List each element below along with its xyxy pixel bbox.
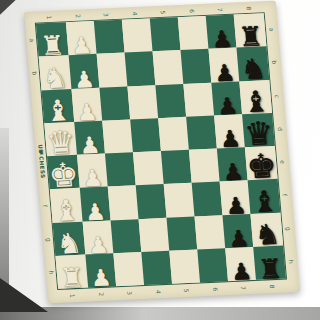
- square-d4[interactable]: [130, 118, 161, 152]
- square-f8[interactable]: ♝: [248, 179, 280, 214]
- square-h2[interactable]: ♟: [85, 253, 116, 287]
- square-a6[interactable]: [178, 16, 209, 50]
- square-a3[interactable]: [94, 20, 125, 54]
- square-a5[interactable]: [150, 17, 181, 51]
- square-a4[interactable]: [122, 18, 153, 52]
- square-h7[interactable]: ♟: [225, 247, 256, 281]
- square-h6[interactable]: [197, 248, 228, 282]
- square-e2[interactable]: ♟: [77, 154, 108, 188]
- square-e1[interactable]: ♚: [47, 155, 79, 190]
- square-g2[interactable]: ♟: [82, 220, 113, 254]
- square-f3[interactable]: [107, 185, 138, 219]
- square-h5[interactable]: [169, 249, 200, 283]
- square-e6[interactable]: [189, 148, 220, 182]
- square-c5[interactable]: [155, 83, 186, 117]
- square-a2[interactable]: ♟: [65, 21, 96, 55]
- piece-white-pawn[interactable]: ♟: [90, 266, 113, 290]
- square-b6[interactable]: [181, 49, 212, 83]
- square-c6[interactable]: [183, 82, 214, 116]
- square-a7[interactable]: ♟: [206, 15, 237, 49]
- square-c8[interactable]: ♝: [240, 80, 272, 115]
- square-c4[interactable]: [127, 85, 158, 119]
- square-e4[interactable]: [133, 151, 164, 185]
- square-f7[interactable]: ♟: [220, 180, 251, 214]
- square-b5[interactable]: [153, 50, 184, 84]
- rank-label-6: 6: [201, 281, 231, 296]
- square-h1[interactable]: ♜: [55, 254, 87, 289]
- square-g5[interactable]: [166, 216, 197, 250]
- piece-black-rook[interactable]: ♜: [257, 255, 283, 283]
- square-d6[interactable]: [186, 115, 217, 149]
- photo-vignette-top-left: [0, 0, 17, 16]
- square-b4[interactable]: [124, 52, 155, 86]
- square-d5[interactable]: [158, 117, 189, 151]
- square-f5[interactable]: [164, 183, 195, 217]
- square-g6[interactable]: [195, 215, 226, 249]
- square-e3[interactable]: [105, 152, 136, 186]
- square-f1[interactable]: ♝: [50, 188, 82, 223]
- brand-name: US CHESS: [38, 145, 47, 180]
- piece-black-pawn[interactable]: ♟: [230, 260, 253, 284]
- square-e5[interactable]: [161, 150, 192, 184]
- rank-label-3: 3: [115, 285, 145, 300]
- square-g7[interactable]: ♟: [223, 214, 254, 248]
- square-g4[interactable]: [138, 217, 169, 251]
- square-c3[interactable]: [99, 86, 130, 120]
- square-c7[interactable]: ♟: [212, 81, 243, 115]
- square-e7[interactable]: ♟: [217, 147, 248, 181]
- square-b7[interactable]: ♟: [209, 48, 240, 82]
- rank-label-4: 4: [144, 284, 174, 299]
- square-g1[interactable]: ♞: [53, 221, 85, 256]
- square-f4[interactable]: [136, 184, 167, 218]
- square-d1[interactable]: ♛: [44, 122, 76, 157]
- square-f6[interactable]: [192, 182, 223, 216]
- chess-board: 12345678 12345678 abfgh abcdefgh ♞ US CH…: [24, 1, 300, 304]
- square-b2[interactable]: ♟: [68, 54, 99, 88]
- square-b1[interactable]: ♞: [39, 55, 71, 90]
- square-d3[interactable]: [102, 119, 133, 153]
- square-h8[interactable]: ♜: [254, 245, 286, 280]
- square-d8[interactable]: ♛: [242, 113, 274, 148]
- square-d7[interactable]: ♟: [214, 114, 245, 148]
- square-b8[interactable]: ♞: [237, 46, 269, 81]
- square-f2[interactable]: ♟: [79, 187, 110, 221]
- photo-scene: 12345678 12345678 abfgh abcdefgh ♞ US CH…: [0, 0, 320, 320]
- square-e8[interactable]: ♚: [245, 146, 277, 181]
- piece-white-rook[interactable]: ♜: [59, 264, 85, 292]
- square-g3[interactable]: [110, 219, 141, 253]
- board-grid: ♜♟♟♜♞♟♟♞♝♟♟♝♛♟♟♛♚♟♟♚♝♟♟♝♞♟♟♞♜♟♟♜: [36, 13, 286, 289]
- square-h3[interactable]: [113, 252, 144, 286]
- rank-label-5: 5: [172, 282, 202, 297]
- square-a8[interactable]: ♜: [234, 13, 266, 48]
- photo-table-edge-bottom: [0, 307, 320, 320]
- square-b3[interactable]: [96, 53, 127, 87]
- square-d2[interactable]: ♟: [74, 120, 105, 154]
- square-g8[interactable]: ♞: [251, 212, 283, 247]
- square-h4[interactable]: [141, 251, 172, 285]
- square-c2[interactable]: ♟: [71, 87, 102, 121]
- square-a1[interactable]: ♜: [36, 22, 68, 57]
- square-c1[interactable]: ♝: [41, 89, 73, 124]
